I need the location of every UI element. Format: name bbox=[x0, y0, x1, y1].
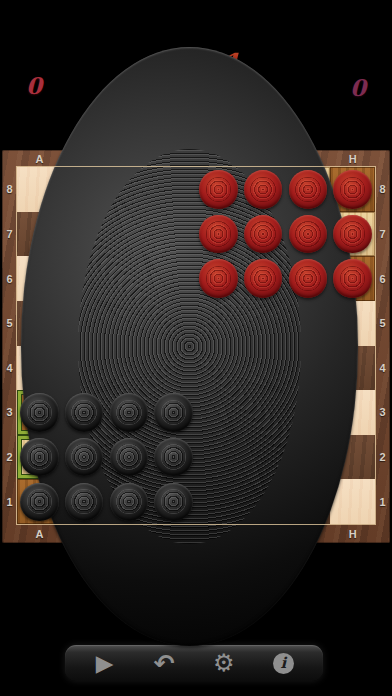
checker-black-B3[interactable] bbox=[65, 393, 103, 431]
checker-red-H6[interactable] bbox=[333, 259, 371, 297]
rank-label-5: 5 bbox=[2, 301, 17, 346]
checker-red-E7[interactable] bbox=[199, 215, 237, 253]
rank-label-1: 1 bbox=[375, 479, 390, 524]
checker-red-E8[interactable] bbox=[199, 170, 237, 208]
checker-black-C3[interactable] bbox=[110, 393, 148, 431]
checker-red-H8[interactable] bbox=[333, 170, 371, 208]
rank-label-1: 1 bbox=[2, 479, 17, 524]
checker-black-A2[interactable] bbox=[20, 438, 58, 476]
checker-red-E6[interactable] bbox=[199, 259, 237, 297]
rank-label-2: 2 bbox=[375, 435, 390, 480]
red-player-indicator bbox=[345, 647, 392, 696]
rank-label-6: 6 bbox=[375, 256, 390, 301]
rank-label-3: 3 bbox=[375, 390, 390, 435]
checker-black-D3[interactable] bbox=[154, 393, 192, 431]
undo-icon: ↶ bbox=[154, 649, 175, 678]
checker-black-A3[interactable] bbox=[20, 393, 58, 431]
checker-black-A1[interactable] bbox=[20, 483, 58, 521]
frame-corner bbox=[2, 150, 17, 167]
undo-button[interactable]: ↶ bbox=[144, 647, 184, 679]
frame-corner bbox=[375, 150, 390, 167]
info-button[interactable]: i bbox=[263, 647, 303, 679]
rank-label-7: 7 bbox=[2, 212, 17, 257]
checker-red-G6[interactable] bbox=[289, 259, 327, 297]
checker-black-C1[interactable] bbox=[110, 483, 148, 521]
file-label-H: H bbox=[330, 524, 375, 543]
checker-black-B1[interactable] bbox=[65, 483, 103, 521]
frame-corner bbox=[2, 524, 17, 543]
checker-red-F8[interactable] bbox=[244, 170, 282, 208]
frame-corner bbox=[375, 524, 390, 543]
checker-red-F6[interactable] bbox=[244, 259, 282, 297]
bottom-toolbar: ▶ ↶ ⚙ i bbox=[65, 645, 323, 681]
checker-black-C2[interactable] bbox=[110, 438, 148, 476]
rank-label-5: 5 bbox=[375, 301, 390, 346]
info-icon: i bbox=[273, 653, 294, 674]
rank-label-8: 8 bbox=[2, 167, 17, 212]
checker-black-D2[interactable] bbox=[154, 438, 192, 476]
play-icon: ▶ bbox=[96, 650, 114, 676]
rank-label-6: 6 bbox=[2, 256, 17, 301]
rank-label-7: 7 bbox=[375, 212, 390, 257]
rank-label-3: 3 bbox=[2, 390, 17, 435]
checker-black-D1[interactable] bbox=[154, 483, 192, 521]
checker-red-G8[interactable] bbox=[289, 170, 327, 208]
checker-red-G7[interactable] bbox=[289, 215, 327, 253]
settings-button[interactable]: ⚙ bbox=[204, 647, 244, 679]
rank-label-8: 8 bbox=[375, 167, 390, 212]
rank-label-4: 4 bbox=[375, 346, 390, 391]
app-screen: 0 00:21 0 ABCDEFGH8877665544332211ABCDEF… bbox=[0, 0, 392, 696]
black-player-indicator bbox=[21, 47, 358, 646]
play-button[interactable]: ▶ bbox=[85, 647, 125, 679]
red-score: 0 bbox=[338, 76, 378, 100]
file-label-H: H bbox=[330, 150, 375, 167]
checker-red-H7[interactable] bbox=[333, 215, 371, 253]
gear-icon: ⚙ bbox=[213, 649, 235, 677]
rank-label-4: 4 bbox=[2, 346, 17, 391]
rank-label-2: 2 bbox=[2, 435, 17, 480]
